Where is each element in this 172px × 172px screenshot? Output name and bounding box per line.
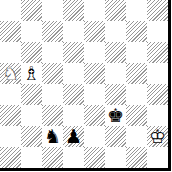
square-c1[interactable] — [42, 147, 63, 168]
square-g1[interactable] — [126, 147, 147, 168]
square-e7[interactable] — [84, 21, 105, 42]
square-g3[interactable] — [126, 105, 147, 126]
square-d6[interactable] — [63, 42, 84, 63]
square-d1[interactable] — [63, 147, 84, 168]
square-c5[interactable] — [42, 63, 63, 84]
square-f3[interactable]: ♚ — [105, 105, 126, 126]
square-b6[interactable] — [21, 42, 42, 63]
square-f6[interactable] — [105, 42, 126, 63]
square-h5[interactable] — [147, 63, 168, 84]
square-b5[interactable]: ♝♗ — [21, 63, 42, 84]
square-c8[interactable] — [42, 0, 63, 21]
square-a6[interactable] — [0, 42, 21, 63]
square-h6[interactable] — [147, 42, 168, 63]
square-e1[interactable] — [84, 147, 105, 168]
square-a7[interactable] — [0, 21, 21, 42]
square-d5[interactable] — [63, 63, 84, 84]
square-h2[interactable]: ♚♔ — [147, 126, 168, 147]
square-f7[interactable] — [105, 21, 126, 42]
chess-board-frame: ♞♘♝♗♚♞♟♚♔ — [0, 0, 171, 171]
square-d8[interactable] — [63, 0, 84, 21]
square-f1[interactable] — [105, 147, 126, 168]
square-g5[interactable] — [126, 63, 147, 84]
square-a8[interactable] — [0, 0, 21, 21]
chess-board: ♞♘♝♗♚♞♟♚♔ — [0, 0, 168, 168]
square-c6[interactable] — [42, 42, 63, 63]
square-e3[interactable] — [84, 105, 105, 126]
square-c2[interactable]: ♞ — [42, 126, 63, 147]
square-c3[interactable] — [42, 105, 63, 126]
square-e8[interactable] — [84, 0, 105, 21]
square-g6[interactable] — [126, 42, 147, 63]
square-b3[interactable] — [21, 105, 42, 126]
square-h3[interactable] — [147, 105, 168, 126]
square-b8[interactable] — [21, 0, 42, 21]
square-e6[interactable] — [84, 42, 105, 63]
square-d7[interactable] — [63, 21, 84, 42]
square-e4[interactable] — [84, 84, 105, 105]
square-b4[interactable] — [21, 84, 42, 105]
white-bishop-piece: ♗ — [21, 63, 42, 84]
square-h4[interactable] — [147, 84, 168, 105]
square-c7[interactable] — [42, 21, 63, 42]
square-d4[interactable] — [63, 84, 84, 105]
square-g4[interactable] — [126, 84, 147, 105]
square-d3[interactable] — [63, 105, 84, 126]
square-h7[interactable] — [147, 21, 168, 42]
square-a1[interactable] — [0, 147, 21, 168]
black-king-piece: ♚ — [105, 105, 126, 126]
square-e5[interactable] — [84, 63, 105, 84]
square-f4[interactable] — [105, 84, 126, 105]
white-knight-piece: ♘ — [0, 63, 21, 84]
square-a2[interactable] — [0, 126, 21, 147]
square-f8[interactable] — [105, 0, 126, 21]
square-a5[interactable]: ♞♘ — [0, 63, 21, 84]
white-king-fill: ♚ — [147, 126, 168, 147]
square-a3[interactable] — [0, 105, 21, 126]
square-g7[interactable] — [126, 21, 147, 42]
square-f5[interactable] — [105, 63, 126, 84]
square-b1[interactable] — [21, 147, 42, 168]
square-h1[interactable] — [147, 147, 168, 168]
white-knight-fill: ♞ — [0, 63, 21, 84]
square-b2[interactable] — [21, 126, 42, 147]
square-a4[interactable] — [0, 84, 21, 105]
black-pawn-piece: ♟ — [63, 126, 84, 147]
white-king-piece: ♔ — [147, 126, 168, 147]
square-h8[interactable] — [147, 0, 168, 21]
square-g2[interactable] — [126, 126, 147, 147]
square-e2[interactable] — [84, 126, 105, 147]
square-g8[interactable] — [126, 0, 147, 21]
square-b7[interactable] — [21, 21, 42, 42]
black-knight-piece: ♞ — [42, 126, 63, 147]
square-c4[interactable] — [42, 84, 63, 105]
square-d2[interactable]: ♟ — [63, 126, 84, 147]
white-bishop-fill: ♝ — [21, 63, 42, 84]
square-f2[interactable] — [105, 126, 126, 147]
